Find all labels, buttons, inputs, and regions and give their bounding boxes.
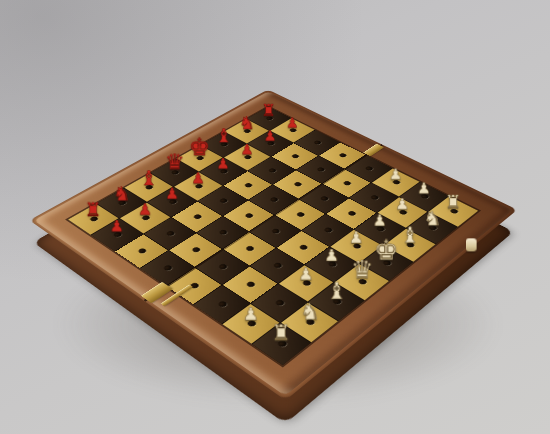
piece-red-pawn-b7[interactable]: ♟ — [122, 203, 168, 217]
folding-chess-box: ♜♞♝♛♚♝♞♜♟♟♟♟♟♟♟♟♟♟♟♟♟♟♟♟♜♞♝♛♚♝♞♜ — [29, 90, 517, 401]
box-top-surface: ♜♞♝♛♚♝♞♜♟♟♟♟♟♟♟♟♟♟♟♟♟♟♟♟♜♞♝♛♚♝♞♜ — [29, 90, 517, 401]
peg-hole — [364, 166, 374, 172]
chess-board: ♜♞♝♛♚♝♞♜♟♟♟♟♟♟♟♟♟♟♟♟♟♟♟♟♜♞♝♛♚♝♞♜ — [68, 107, 478, 365]
peg-hole — [192, 214, 202, 220]
peg-hole — [342, 180, 352, 186]
piece-ivory-knight-b1[interactable]: ♞ — [284, 301, 336, 322]
peg-hole — [295, 211, 305, 217]
piece-ivory-pawn-h3[interactable]: ♟ — [374, 168, 418, 182]
peg-hole — [268, 197, 278, 203]
peg-hole — [217, 263, 228, 270]
peg-hole — [243, 182, 253, 188]
piece-red-pawn-h7[interactable]: ♟ — [272, 117, 313, 130]
peg-hole — [312, 140, 321, 145]
peg-hole — [346, 210, 356, 216]
square-a1[interactable]: ♜ — [252, 323, 310, 365]
peg-hole — [315, 167, 325, 173]
photo-backdrop: ♜♞♝♛♚♝♞♜♟♟♟♟♟♟♟♟♟♟♟♟♟♟♟♟♜♞♝♛♚♝♞♜ — [0, 0, 550, 434]
piece-red-pawn-d7[interactable]: ♟ — [176, 172, 220, 186]
peg-hole — [190, 246, 201, 253]
peg-hole — [319, 195, 329, 201]
peg-hole — [267, 168, 277, 174]
peg-hole — [369, 194, 379, 200]
peg-hole — [270, 228, 281, 235]
peg-hole — [244, 281, 255, 288]
peg-hole — [162, 264, 173, 271]
peg-hole — [292, 181, 302, 187]
piece-red-pawn-c7[interactable]: ♟ — [150, 188, 195, 202]
chess-set-scene: ♜♞♝♛♚♝♞♜♟♟♟♟♟♟♟♟♟♟♟♟♟♟♟♟♜♞♝♛♚♝♞♜ — [0, 0, 550, 434]
bone-clasp-knob — [466, 238, 477, 251]
piece-red-pawn-g7[interactable]: ♟ — [249, 130, 291, 143]
peg-hole — [165, 230, 176, 237]
peg-hole — [217, 229, 228, 236]
brass-hinge-right — [363, 144, 384, 157]
peg-hole — [338, 153, 347, 158]
piece-red-pawn-f7[interactable]: ♟ — [226, 144, 268, 157]
peg-hole — [322, 227, 332, 234]
piece-red-pawn-e7[interactable]: ♟ — [202, 158, 245, 172]
piece-ivory-pawn-a2[interactable]: ♟ — [225, 307, 277, 323]
peg-hole — [244, 245, 255, 252]
peg-hole — [136, 247, 147, 254]
peg-hole — [243, 212, 253, 218]
square-d6[interactable] — [198, 186, 247, 216]
peg-hole — [218, 198, 228, 204]
piece-ivory-rook-a1[interactable]: ♜ — [255, 324, 308, 344]
peg-hole — [290, 154, 300, 159]
piece-red-pawn-a7[interactable]: ♟ — [93, 220, 140, 235]
